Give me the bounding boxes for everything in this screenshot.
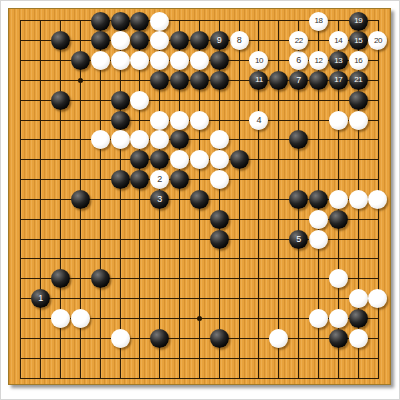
stone-black — [111, 111, 130, 130]
stone-black — [111, 12, 130, 31]
stone-white — [210, 170, 229, 189]
stone-black — [230, 150, 249, 169]
move-12: 12 — [309, 51, 328, 70]
stone-black — [309, 71, 328, 90]
stone-white — [51, 309, 70, 328]
stone-black — [51, 91, 70, 110]
stone-white — [111, 130, 130, 149]
stone-black — [329, 329, 348, 348]
move-4: 4 — [249, 111, 268, 130]
star-point — [197, 316, 202, 321]
stone-black — [130, 31, 149, 50]
move-16: 16 — [349, 51, 368, 70]
stone-white — [309, 210, 328, 229]
stone-white — [111, 31, 130, 50]
stone-black — [130, 150, 149, 169]
grid-line-horizontal — [21, 358, 378, 359]
move-22: 22 — [289, 31, 308, 50]
stone-white — [111, 51, 130, 70]
stone-black — [309, 190, 328, 209]
stone-white — [210, 130, 229, 149]
stone-black — [170, 170, 189, 189]
stone-white — [368, 190, 387, 209]
stone-white — [349, 190, 368, 209]
stone-black — [210, 329, 229, 348]
stone-white — [269, 329, 288, 348]
stone-white — [368, 289, 387, 308]
stone-white — [130, 91, 149, 110]
stone-white — [111, 329, 130, 348]
move-8: 8 — [230, 31, 249, 50]
stone-black — [210, 230, 229, 249]
stone-black — [210, 51, 229, 70]
stone-white — [150, 51, 169, 70]
stone-black — [210, 71, 229, 90]
move-15: 15 — [349, 31, 368, 50]
move-3: 3 — [150, 190, 169, 209]
stone-black — [91, 12, 110, 31]
stone-black — [130, 170, 149, 189]
stone-black — [111, 170, 130, 189]
stone-black — [329, 210, 348, 229]
go-kifu-diagram: 12345678910111213141516171819202122 — [0, 0, 400, 400]
stone-white — [150, 111, 169, 130]
stone-white — [309, 309, 328, 328]
stone-black — [170, 71, 189, 90]
stone-white — [150, 31, 169, 50]
stone-black — [349, 91, 368, 110]
stone-black — [349, 309, 368, 328]
stone-white — [91, 130, 110, 149]
move-19: 19 — [349, 12, 368, 31]
stone-white — [329, 309, 348, 328]
star-point — [78, 78, 83, 83]
stone-black — [150, 150, 169, 169]
stone-white — [190, 150, 209, 169]
stone-black — [71, 51, 90, 70]
move-9: 9 — [210, 31, 229, 50]
grid-line-horizontal — [21, 298, 378, 299]
stone-black — [289, 130, 308, 149]
stone-black — [190, 31, 209, 50]
stone-black — [130, 12, 149, 31]
move-7: 7 — [289, 71, 308, 90]
stone-black — [269, 71, 288, 90]
move-21: 21 — [349, 71, 368, 90]
stone-white — [329, 269, 348, 288]
move-1: 1 — [31, 289, 50, 308]
stone-black — [111, 91, 130, 110]
stone-white — [349, 111, 368, 130]
move-10: 10 — [249, 51, 268, 70]
move-17: 17 — [329, 71, 348, 90]
stone-black — [51, 31, 70, 50]
stone-black — [91, 269, 110, 288]
stone-white — [150, 130, 169, 149]
move-2: 2 — [150, 170, 169, 189]
stone-white — [349, 289, 368, 308]
move-13: 13 — [329, 51, 348, 70]
stone-white — [329, 111, 348, 130]
stone-black — [289, 190, 308, 209]
stone-white — [329, 190, 348, 209]
stone-white — [150, 12, 169, 31]
stone-white — [349, 329, 368, 348]
stone-black — [150, 71, 169, 90]
stone-white — [309, 230, 328, 249]
stone-white — [130, 51, 149, 70]
grid-line-horizontal — [21, 338, 378, 339]
move-14: 14 — [329, 31, 348, 50]
move-18: 18 — [309, 12, 328, 31]
move-11: 11 — [249, 71, 268, 90]
stone-black — [210, 210, 229, 229]
stone-white — [91, 51, 110, 70]
grid-line-horizontal — [21, 278, 378, 279]
stone-black — [91, 31, 110, 50]
stone-white — [190, 51, 209, 70]
move-6: 6 — [289, 51, 308, 70]
move-20: 20 — [368, 31, 387, 50]
stone-black — [170, 31, 189, 50]
stone-black — [190, 71, 209, 90]
stone-black — [190, 190, 209, 209]
stone-black — [170, 130, 189, 149]
go-board-grid: 12345678910111213141516171819202122 — [20, 20, 379, 379]
grid-line-vertical — [239, 21, 240, 378]
stone-white — [130, 130, 149, 149]
stone-white — [190, 111, 209, 130]
stone-white — [210, 150, 229, 169]
stone-black — [150, 329, 169, 348]
stone-white — [170, 150, 189, 169]
stone-black — [51, 269, 70, 288]
move-5: 5 — [289, 230, 308, 249]
stone-white — [71, 309, 90, 328]
stone-white — [170, 111, 189, 130]
stone-white — [170, 51, 189, 70]
stone-black — [71, 190, 90, 209]
go-board: 12345678910111213141516171819202122 — [8, 8, 391, 385]
grid-line-horizontal — [21, 258, 378, 259]
